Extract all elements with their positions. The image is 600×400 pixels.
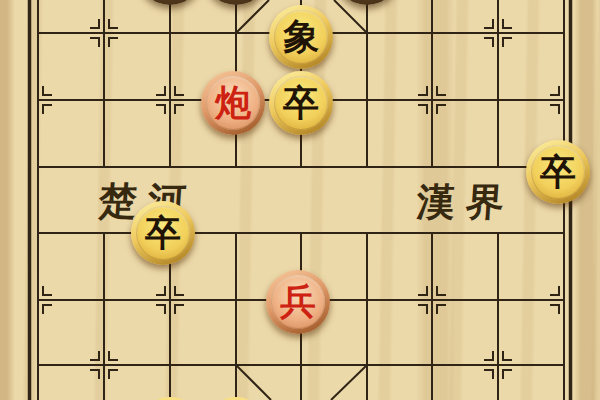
xiangqi-board: 楚河 漢界 象炮卒卒卒兵: [0, 0, 600, 400]
piece-glyph: 象: [269, 5, 333, 69]
piece-black-soldier[interactable]: 卒: [526, 140, 590, 204]
piece-glyph: 卒: [526, 140, 590, 204]
piece-glyph: 兵: [266, 270, 330, 334]
piece-glyph: 卒: [131, 201, 195, 265]
piece-glyph: 卒: [269, 71, 333, 135]
piece-red-soldier[interactable]: 兵: [266, 270, 330, 334]
piece-black-soldier[interactable]: 卒: [269, 71, 333, 135]
piece-black-soldier[interactable]: 卒: [131, 201, 195, 265]
piece-red-cannon[interactable]: 炮: [201, 71, 265, 135]
piece-glyph: 炮: [201, 71, 265, 135]
river-label-han-border: 漢界: [416, 182, 517, 222]
piece-black-elephant[interactable]: 象: [269, 5, 333, 69]
